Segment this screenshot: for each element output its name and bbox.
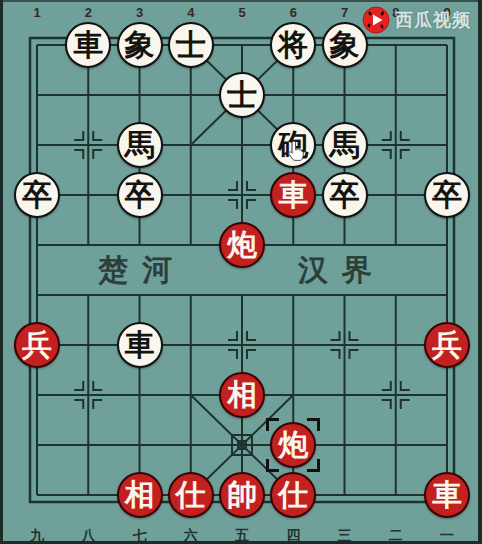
file-label-top-6: 6 [283,5,303,20]
file-label-top-7: 7 [335,5,355,20]
bracket-top-left [266,418,279,431]
piece-red-advisor[interactable]: 仕 [168,472,214,518]
bracket-top-right [307,418,320,431]
piece-black-chariot[interactable]: 車 [117,322,163,368]
hand-cursor-icon [284,139,308,163]
video-frame: 楚河 汉界 123456789 九八七六五四三二一 車象士将象士馬砲馬卒卒車卒卒… [0,0,482,544]
watermark-text: 西瓜视频 [395,8,471,32]
piece-black-soldier[interactable]: 卒 [14,172,60,218]
file-label-top-5: 5 [232,5,252,20]
frame-edge-left [0,0,3,544]
file-label-top-2: 2 [78,5,98,20]
piece-red-elephant[interactable]: 相 [219,372,265,418]
play-icon [362,6,390,34]
xiangqi-board[interactable]: 車象士将象士馬砲馬卒卒車卒卒炮兵車兵相炮相仕帥仕車 [11,20,472,520]
piece-black-soldier[interactable]: 卒 [322,172,368,218]
file-label-top-3: 3 [130,5,150,20]
watermark: 西瓜视频 [362,6,471,34]
piece-red-soldier[interactable]: 兵 [424,322,470,368]
piece-black-advisor[interactable]: 士 [219,72,265,118]
piece-black-chariot[interactable]: 車 [65,22,111,68]
piece-red-general[interactable]: 帥 [219,472,265,518]
piece-black-soldier[interactable]: 卒 [424,172,470,218]
file-label-top-1: 1 [27,5,47,20]
piece-red-chariot[interactable]: 車 [424,472,470,518]
piece-red-chariot[interactable]: 車 [270,172,316,218]
piece-black-elephant[interactable]: 象 [117,22,163,68]
piece-red-elephant[interactable]: 相 [117,472,163,518]
piece-black-soldier[interactable]: 卒 [117,172,163,218]
selection-brackets [266,418,320,472]
piece-red-cannon[interactable]: 炮 [219,222,265,268]
file-label-top-4: 4 [181,5,201,20]
frame-edge-right [478,0,482,544]
piece-black-general[interactable]: 将 [270,22,316,68]
bracket-bottom-left [266,459,279,472]
piece-black-advisor[interactable]: 士 [168,22,214,68]
piece-black-horse[interactable]: 馬 [117,122,163,168]
piece-red-advisor[interactable]: 仕 [270,472,316,518]
bracket-bottom-right [307,459,320,472]
piece-black-elephant[interactable]: 象 [322,22,368,68]
frame-edge-top [0,0,482,2]
piece-red-soldier[interactable]: 兵 [14,322,60,368]
piece-black-horse[interactable]: 馬 [322,122,368,168]
